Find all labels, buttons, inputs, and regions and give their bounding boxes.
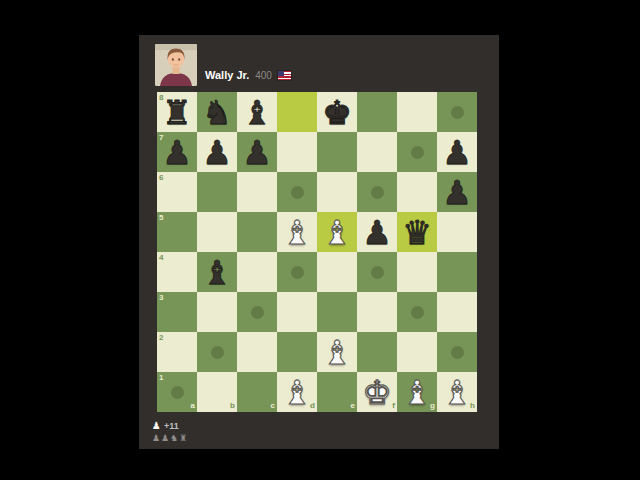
- white-bishop: ♝: [317, 212, 357, 252]
- rank-label-1: 1: [159, 374, 163, 382]
- square-h5[interactable]: [437, 212, 477, 252]
- square-h2[interactable]: [437, 332, 477, 372]
- square-f6[interactable]: [357, 172, 397, 212]
- square-g5[interactable]: ♛: [397, 212, 437, 252]
- square-c6[interactable]: [237, 172, 277, 212]
- square-g7[interactable]: [397, 132, 437, 172]
- square-a5[interactable]: 5: [157, 212, 197, 252]
- black-bishop: ♝: [237, 92, 277, 132]
- white-bishop: ♝: [277, 372, 317, 412]
- square-c3[interactable]: [237, 292, 277, 332]
- square-a1[interactable]: 1a: [157, 372, 197, 412]
- black-pawn: ♟: [197, 132, 237, 172]
- square-g2[interactable]: [397, 332, 437, 372]
- square-b2[interactable]: [197, 332, 237, 372]
- square-c4[interactable]: [237, 252, 277, 292]
- black-pawn: ♟: [437, 172, 477, 212]
- rank-label-8: 8: [159, 94, 163, 102]
- square-f7[interactable]: [357, 132, 397, 172]
- square-a4[interactable]: 4: [157, 252, 197, 292]
- file-label-c: c: [271, 402, 275, 410]
- square-h6[interactable]: ♟: [437, 172, 477, 212]
- square-a8[interactable]: 8♜: [157, 92, 197, 132]
- rank-label-7: 7: [159, 134, 163, 142]
- square-c5[interactable]: [237, 212, 277, 252]
- advantage-row: ♟ +11: [152, 421, 188, 431]
- square-a2[interactable]: 2: [157, 332, 197, 372]
- square-h3[interactable]: [437, 292, 477, 332]
- rank-label-3: 3: [159, 294, 163, 302]
- square-h8[interactable]: [437, 92, 477, 132]
- square-h4[interactable]: [437, 252, 477, 292]
- square-g6[interactable]: [397, 172, 437, 212]
- square-g4[interactable]: [397, 252, 437, 292]
- square-d1[interactable]: d♝: [277, 372, 317, 412]
- square-f3[interactable]: [357, 292, 397, 332]
- white-bishop: ♝: [397, 372, 437, 412]
- square-d8[interactable]: [277, 92, 317, 132]
- square-g3[interactable]: [397, 292, 437, 332]
- black-king: ♚: [317, 92, 357, 132]
- square-f2[interactable]: [357, 332, 397, 372]
- square-e4[interactable]: [317, 252, 357, 292]
- file-label-e: e: [351, 402, 355, 410]
- square-e5[interactable]: ♝: [317, 212, 357, 252]
- square-h7[interactable]: ♟: [437, 132, 477, 172]
- rank-label-2: 2: [159, 334, 163, 342]
- us-flag-icon: [278, 71, 291, 80]
- rank-label-4: 4: [159, 254, 163, 262]
- captured-pieces: ♟♟♞♜: [152, 433, 188, 443]
- black-pawn: ♟: [157, 132, 197, 172]
- black-pawn: ♟: [357, 212, 397, 252]
- square-d5[interactable]: ♝: [277, 212, 317, 252]
- file-label-f: f: [392, 402, 395, 410]
- black-pawn: ♟: [237, 132, 277, 172]
- square-b7[interactable]: ♟: [197, 132, 237, 172]
- square-e7[interactable]: [317, 132, 357, 172]
- file-label-h: h: [470, 402, 475, 410]
- material-score: +11: [164, 421, 179, 431]
- square-b5[interactable]: [197, 212, 237, 252]
- opponent-rating: 400: [255, 70, 272, 81]
- square-e3[interactable]: [317, 292, 357, 332]
- game-panel: Wally Jr. 400 8♜♞♝♚7♟♟♟♟6♟5♝♝♟♛4♝32♝1abc…: [139, 35, 499, 449]
- opponent-avatar[interactable]: [155, 44, 197, 86]
- square-d6[interactable]: [277, 172, 317, 212]
- square-e1[interactable]: e: [317, 372, 357, 412]
- square-f8[interactable]: [357, 92, 397, 132]
- square-a7[interactable]: 7♟: [157, 132, 197, 172]
- square-e8[interactable]: ♚: [317, 92, 357, 132]
- square-g8[interactable]: [397, 92, 437, 132]
- square-c7[interactable]: ♟: [237, 132, 277, 172]
- square-c1[interactable]: c: [237, 372, 277, 412]
- square-f1[interactable]: f♚: [357, 372, 397, 412]
- rank-label-5: 5: [159, 214, 163, 222]
- square-b8[interactable]: ♞: [197, 92, 237, 132]
- white-king: ♚: [357, 372, 397, 412]
- square-c2[interactable]: [237, 332, 277, 372]
- black-bishop: ♝: [197, 252, 237, 292]
- rank-label-6: 6: [159, 174, 163, 182]
- square-b3[interactable]: [197, 292, 237, 332]
- square-a6[interactable]: 6: [157, 172, 197, 212]
- square-a3[interactable]: 3: [157, 292, 197, 332]
- square-e6[interactable]: [317, 172, 357, 212]
- square-d7[interactable]: [277, 132, 317, 172]
- black-queen: ♛: [397, 212, 437, 252]
- chess-board: 8♜♞♝♚7♟♟♟♟6♟5♝♝♟♛4♝32♝1abcd♝ef♚g♝h♝: [157, 92, 477, 412]
- white-bishop: ♝: [277, 212, 317, 252]
- file-label-a: a: [191, 402, 195, 410]
- black-rook: ♜: [157, 92, 197, 132]
- square-d4[interactable]: [277, 252, 317, 292]
- square-f4[interactable]: [357, 252, 397, 292]
- square-e2[interactable]: ♝: [317, 332, 357, 372]
- material-advantage-area: ♟ +11 ♟♟♞♜: [152, 421, 188, 443]
- black-pawn: ♟: [437, 132, 477, 172]
- file-label-g: g: [430, 402, 435, 410]
- black-knight: ♞: [197, 92, 237, 132]
- square-f5[interactable]: ♟: [357, 212, 397, 252]
- white-bishop: ♝: [437, 372, 477, 412]
- square-c8[interactable]: ♝: [237, 92, 277, 132]
- square-b1[interactable]: b: [197, 372, 237, 412]
- white-pawn-icon: ♟: [152, 421, 161, 431]
- white-bishop: ♝: [317, 332, 357, 372]
- square-b4[interactable]: ♝: [197, 252, 237, 292]
- square-b6[interactable]: [197, 172, 237, 212]
- square-h1[interactable]: h♝: [437, 372, 477, 412]
- file-label-b: b: [230, 402, 235, 410]
- file-label-d: d: [310, 402, 315, 410]
- square-d3[interactable]: [277, 292, 317, 332]
- opponent-name: Wally Jr.: [205, 69, 249, 82]
- square-g1[interactable]: g♝: [397, 372, 437, 412]
- cartoon-boy-avatar-image: [155, 44, 197, 86]
- square-d2[interactable]: [277, 332, 317, 372]
- opponent-info-row: Wally Jr. 400: [205, 69, 291, 82]
